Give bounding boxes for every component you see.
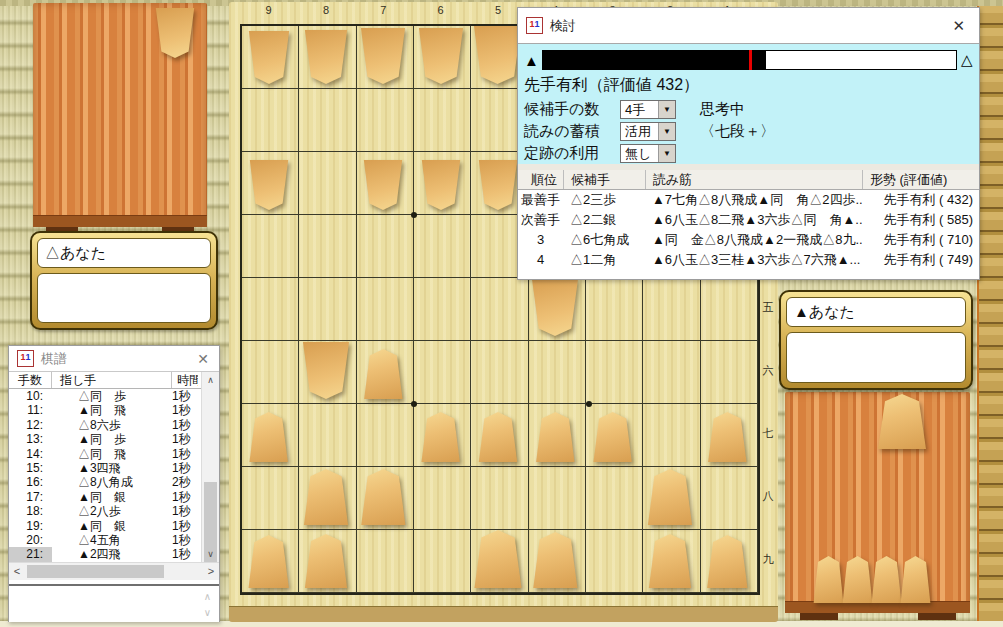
- piece-glyph: 歩兵: [548, 460, 563, 462]
- scroll-up-icon[interactable]: ∧: [202, 372, 219, 388]
- piece-glyph: 桂馬: [318, 586, 334, 588]
- rank-label: 八: [759, 465, 777, 528]
- col-move: 指し手: [52, 372, 172, 388]
- move-row-selected[interactable]: 21:▲2四飛1秒: [9, 547, 219, 561]
- piece-glyph: 歩兵: [433, 460, 448, 462]
- analysis-window-title: 検討: [550, 17, 576, 35]
- comment-box[interactable]: ∧ ∨: [9, 584, 219, 622]
- shogi-piece-gote[interactable]: 歩兵: [421, 160, 461, 210]
- combo-value: 無し: [625, 146, 651, 161]
- sente-memo-field: [786, 332, 966, 383]
- horizontal-scrollbar[interactable]: < >: [9, 562, 219, 580]
- analysis-titlebar[interactable]: 11 検討 ✕: [518, 8, 979, 43]
- engine-level: 〈七段＋〉: [700, 122, 775, 141]
- candidate-count-label: 候補手の数: [524, 100, 620, 119]
- stand-edge: [33, 215, 207, 227]
- kifu-titlebar[interactable]: 11 棋譜 ✕: [9, 346, 219, 371]
- analysis-window: 11 検討 ✕ ▲ △ 先手有利（評価値 432） 候補手の数 4手 ▼ 思考中: [517, 7, 980, 280]
- rank-label: 五: [759, 276, 777, 339]
- move-row[interactable]: 12:△8六歩1秒: [9, 418, 219, 432]
- scroll-down-icon[interactable]: ∨: [202, 546, 219, 562]
- gote-memo-field: [37, 273, 211, 323]
- move-row[interactable]: 15:▲3四飛1秒: [9, 461, 219, 475]
- move-row[interactable]: 11:▲同 飛1秒: [9, 403, 219, 417]
- sente-hand-pawn[interactable]: 歩兵: [813, 556, 844, 603]
- kifu-window: 11 棋譜 ✕ 手数 指し手 時間 10:△同 歩1秒 11:▲同 飛1秒 12…: [8, 345, 220, 622]
- joseki-use-label: 定跡の利用: [524, 144, 620, 163]
- shogi-piece-gote[interactable]: 飛車: [302, 342, 350, 399]
- gote-hand-pawn[interactable]: 歩兵: [155, 8, 195, 58]
- move-row[interactable]: 20:△4五角1秒: [9, 533, 219, 547]
- star-point: [586, 401, 592, 407]
- shogi-piece-gote[interactable]: 金将: [418, 28, 464, 84]
- piece-glyph: 歩兵: [376, 397, 391, 399]
- shogi-piece-sente[interactable]: 歩兵: [363, 349, 403, 399]
- shogi-piece-gote[interactable]: 歩兵: [249, 160, 289, 210]
- sente-mark: ▲: [524, 52, 542, 69]
- move-row[interactable]: 13:▲同 歩1秒: [9, 432, 219, 446]
- board-front-edge: [229, 606, 778, 622]
- shogi-piece-sente[interactable]: 桂馬: [304, 534, 348, 588]
- shogi-piece-gote[interactable]: 歩兵: [478, 160, 518, 210]
- shogi-piece-gote[interactable]: 桂馬: [304, 30, 348, 84]
- shogi-piece-sente[interactable]: 歩兵: [421, 412, 461, 462]
- move-list-header: 手数 指し手 時間: [9, 372, 219, 389]
- shogi-app-screen: 9 8 7 6 5 4 3 2 1 香車桂馬銀将金将王将歩兵歩兵歩兵歩兵角行飛車…: [0, 0, 1003, 627]
- scrollbar-thumb[interactable]: [27, 565, 164, 578]
- piece-glyph: 歩兵: [261, 460, 276, 462]
- scroll-right-icon[interactable]: >: [203, 563, 219, 580]
- col-line: 読み筋: [645, 170, 862, 189]
- search-accum-select[interactable]: 活用 ▼: [620, 122, 676, 141]
- shogi-piece-sente[interactable]: 香車: [248, 535, 290, 588]
- piece-glyph: 歩兵: [490, 460, 505, 462]
- shogi-piece-gote[interactable]: 角行: [531, 279, 579, 336]
- move-row[interactable]: 18:△2八歩1秒: [9, 504, 219, 518]
- eval-status-text: 先手有利（評価値 432）: [524, 75, 979, 95]
- file-label: 6: [412, 4, 469, 22]
- col-eval: 形勢 (評価値): [862, 170, 979, 189]
- eval-bar-fill: [543, 51, 766, 69]
- search-accum-label: 読みの蓄積: [524, 122, 620, 141]
- move-row[interactable]: 10:△同 歩1秒: [9, 389, 219, 403]
- candidate-table: 順位 候補手 読み筋 形勢 (評価値) 最善手 △2三歩 ▲7七角△8八飛成▲同…: [518, 170, 979, 270]
- piece-glyph: 銀将: [375, 28, 391, 30]
- gote-piece-stand[interactable]: 歩兵: [33, 3, 207, 227]
- sente-hand-pawn[interactable]: 歩兵: [871, 556, 902, 603]
- shogi-piece-sente[interactable]: 歩兵: [707, 412, 747, 462]
- shogi-piece-sente[interactable]: 玉将: [473, 530, 522, 588]
- shogi-piece-sente[interactable]: 金将: [532, 532, 578, 588]
- candidate-count-select[interactable]: 4手 ▼: [620, 100, 676, 119]
- piece-glyph: 歩兵: [720, 460, 735, 462]
- sente-nameplate: ▲あなた: [779, 290, 973, 390]
- eval-bar: [542, 50, 957, 70]
- piece-glyph: 香車: [261, 586, 276, 588]
- move-row[interactable]: 17:▲同 銀1秒: [9, 490, 219, 504]
- piece-glyph: 王将: [489, 26, 506, 28]
- sente-hand-bishop[interactable]: 角行: [877, 394, 927, 449]
- shogi-piece-sente[interactable]: 銀将: [647, 469, 693, 525]
- file-label: 8: [297, 4, 354, 22]
- shogi-piece-sente[interactable]: 歩兵: [593, 412, 633, 462]
- shogi-piece-sente[interactable]: 歩兵: [478, 412, 518, 462]
- scroll-down-icon: ∨: [204, 607, 211, 618]
- shogi-piece-sente[interactable]: 金将: [360, 469, 406, 525]
- piece-glyph: 歩兵: [851, 601, 865, 603]
- joseki-use-select[interactable]: 無し ▼: [620, 144, 676, 163]
- piece-glyph: 歩兵: [605, 460, 620, 462]
- chevron-down-icon[interactable]: ▼: [658, 145, 675, 162]
- shogi-piece-sente[interactable]: 歩兵: [249, 412, 289, 462]
- piece-glyph: 金将: [433, 28, 449, 30]
- piece-glyph: 歩兵: [433, 160, 448, 162]
- piece-glyph: 金将: [547, 586, 563, 588]
- kifu-window-title: 棋譜: [41, 350, 67, 368]
- candidate-table-header: 順位 候補手 読み筋 形勢 (評価値): [518, 170, 979, 190]
- piece-glyph: 桂馬: [318, 30, 334, 32]
- piece-glyph: 歩兵: [909, 601, 923, 603]
- gote-mark: △: [961, 51, 979, 69]
- app-icon: 11: [17, 350, 34, 367]
- move-row[interactable]: 14:△同 飛1秒: [9, 447, 219, 461]
- piece-glyph: 金将: [375, 523, 391, 525]
- shogi-piece-gote[interactable]: 王将: [473, 26, 522, 84]
- shogi-piece-sente[interactable]: 桂馬: [648, 534, 692, 588]
- file-label: 9: [240, 4, 297, 22]
- stand-foot: [800, 613, 838, 620]
- tatami-right-edge: [977, 0, 1003, 627]
- analysis-panel: ▲ △ 先手有利（評価値 432） 候補手の数 4手 ▼ 思考中 読みの蓄積: [518, 43, 979, 164]
- piece-glyph: 銀将: [662, 523, 678, 525]
- piece-glyph: 飛車: [317, 342, 334, 344]
- app-icon: 11: [526, 17, 543, 34]
- piece-glyph: 歩兵: [376, 160, 391, 162]
- move-row[interactable]: 16:△8八角成2秒: [9, 475, 219, 489]
- chevron-down-icon[interactable]: ▼: [658, 123, 675, 140]
- shogi-piece-sente[interactable]: 香車: [706, 535, 748, 588]
- shogi-piece-gote[interactable]: 歩兵: [363, 160, 403, 210]
- piece-glyph: 玉将: [489, 586, 506, 588]
- gote-player-name: △あなた: [37, 238, 211, 268]
- sente-hand-pawn[interactable]: 歩兵: [842, 556, 873, 603]
- col-move-number: 手数: [9, 372, 52, 388]
- scroll-up-icon: ∧: [204, 591, 211, 602]
- gote-nameplate: △あなた: [30, 231, 218, 330]
- shogi-piece-sente[interactable]: 銀将: [303, 469, 349, 525]
- move-row[interactable]: 19:▲同 銀1秒: [9, 519, 219, 533]
- rank-label: 六: [759, 339, 777, 402]
- piece-glyph: 角行: [894, 447, 911, 449]
- eval-row: ▲ △: [524, 50, 979, 70]
- col-rank: 順位: [518, 170, 563, 189]
- close-icon[interactable]: ✕: [187, 351, 219, 367]
- rank-label: 九: [759, 528, 777, 591]
- thinking-status: 思考中: [700, 100, 745, 119]
- candidate-row[interactable]: 4 △1二角 ▲6八玉△3三桂▲3六歩△7六飛▲... 先手有利 ( 749): [518, 250, 979, 270]
- col-candidate: 候補手: [563, 170, 645, 189]
- piece-glyph: 歩兵: [822, 601, 836, 603]
- scroll-left-icon[interactable]: <: [9, 563, 25, 580]
- piece-glyph: 歩兵: [261, 160, 276, 162]
- piece-glyph: 歩兵: [880, 601, 894, 603]
- move-list[interactable]: 手数 指し手 時間 10:△同 歩1秒 11:▲同 飛1秒 12:△8六歩1秒 …: [9, 371, 219, 562]
- piece-glyph: 歩兵: [490, 160, 505, 162]
- shogi-piece-gote[interactable]: 香車: [248, 31, 290, 84]
- vertical-scrollbar[interactable]: ∧ ∨: [201, 372, 219, 562]
- candidate-row[interactable]: 3 △6七角成 ▲同 金△8八飛成▲2一飛成△8九... 先手有利 ( 710): [518, 230, 979, 250]
- eval-bar-marker: [749, 50, 752, 70]
- combo-value: 活用: [625, 124, 651, 139]
- star-point: [411, 212, 417, 218]
- stand-foot: [918, 613, 956, 620]
- sente-player-name: ▲あなた: [786, 297, 966, 327]
- shogi-piece-gote[interactable]: 銀将: [360, 28, 406, 84]
- sente-hand-pawn[interactable]: 歩兵: [900, 556, 931, 603]
- piece-glyph: 銀将: [318, 523, 334, 525]
- candidate-row[interactable]: 次善手 △2二銀 ▲6八玉△8二飛▲3六歩△同 角▲... 先手有利 ( 585…: [518, 210, 979, 230]
- star-point: [411, 401, 417, 407]
- close-icon[interactable]: ✕: [938, 17, 979, 35]
- candidate-row[interactable]: 最善手 △2三歩 ▲7七角△8八飛成▲同 角△2四歩... 先手有利 ( 432…: [518, 190, 979, 210]
- piece-glyph: 香車: [261, 31, 276, 33]
- chevron-down-icon[interactable]: ▼: [658, 101, 675, 118]
- combo-value: 4手: [625, 102, 645, 117]
- file-label: 7: [355, 4, 412, 22]
- col-time: 時間: [172, 372, 198, 388]
- shogi-piece-sente[interactable]: 歩兵: [535, 412, 575, 462]
- piece-glyph: 桂馬: [662, 586, 678, 588]
- piece-glyph: 歩兵: [168, 8, 183, 10]
- sente-piece-stand[interactable]: 角行 歩兵 歩兵 歩兵 歩兵: [785, 392, 970, 613]
- piece-glyph: 香車: [720, 586, 735, 588]
- rank-label: 七: [759, 402, 777, 465]
